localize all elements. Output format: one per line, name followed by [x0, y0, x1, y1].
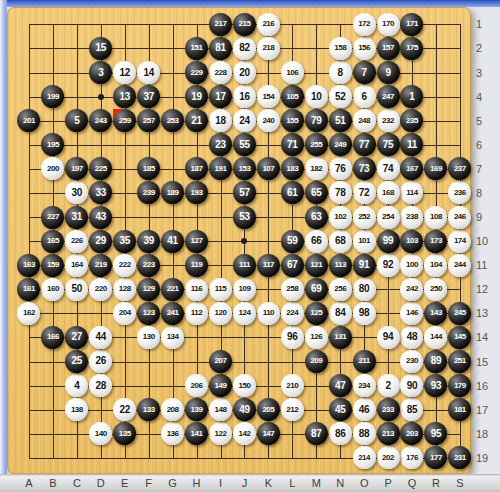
move-number: 16 — [239, 92, 250, 102]
stone-black-251-S15: 251 — [448, 350, 471, 373]
stone-white-228-I3: 228 — [209, 61, 232, 84]
move-number: 214 — [358, 454, 370, 462]
stone-white-16-J4: 16 — [233, 85, 256, 108]
stone-black-55-J6: 55 — [233, 133, 256, 156]
stone-white-84-N13: 84 — [329, 302, 352, 325]
move-number: 164 — [71, 261, 83, 269]
move-number: 242 — [406, 285, 418, 293]
stone-black-21-H5: 21 — [185, 109, 208, 132]
move-number: 166 — [47, 333, 59, 341]
move-number: 9 — [385, 68, 390, 78]
move-number: 241 — [167, 309, 179, 317]
move-number: 209 — [310, 357, 322, 365]
stone-white-214-O19: 214 — [353, 446, 376, 469]
stone-white-6-O4: 6 — [353, 85, 376, 108]
stone-black-15-D2: 15 — [89, 37, 112, 60]
move-number: 107 — [262, 165, 274, 173]
stone-black-39-F10: 39 — [137, 230, 160, 253]
move-number: 185 — [143, 165, 155, 173]
move-number: 111 — [239, 261, 250, 269]
move-number: 151 — [191, 44, 203, 52]
stone-white-66-M10: 66 — [305, 230, 328, 253]
move-number: 26 — [96, 356, 107, 366]
move-number: 86 — [335, 429, 346, 439]
move-number: 191 — [215, 165, 227, 173]
stone-black-75-P6: 75 — [377, 133, 400, 156]
move-number: 50 — [72, 284, 83, 294]
move-number: 3 — [98, 68, 103, 78]
move-number: 175 — [406, 44, 418, 52]
move-number: 226 — [71, 237, 83, 245]
stone-black-7-O3: 7 — [353, 61, 376, 84]
stone-white-222-E11: 222 — [113, 254, 136, 277]
move-number: 131 — [334, 333, 346, 341]
stone-white-30-C8: 30 — [65, 181, 88, 204]
move-number: 139 — [191, 406, 203, 414]
stone-black-145-S14: 145 — [448, 326, 471, 349]
move-number: 94 — [383, 332, 394, 342]
move-number: 33 — [96, 188, 107, 198]
move-number: 250 — [430, 285, 442, 293]
stone-black-91-O11: 91 — [353, 254, 376, 277]
move-number: 100 — [406, 261, 418, 269]
move-number: 181 — [454, 406, 466, 414]
stone-black-111-J11: 111 — [233, 254, 256, 277]
move-number: 41 — [167, 236, 178, 246]
move-number: 228 — [215, 69, 227, 77]
move-number: 145 — [454, 333, 466, 341]
move-number: 23 — [215, 140, 226, 150]
stone-white-96-L14: 96 — [281, 326, 304, 349]
stone-black-43-D9: 43 — [89, 206, 112, 229]
stone-black-79-M5: 79 — [305, 109, 328, 132]
move-number: 203 — [406, 430, 418, 438]
stone-white-212-L17: 212 — [281, 398, 304, 421]
move-number: 84 — [335, 308, 346, 318]
stone-black-217-I1: 217 — [209, 13, 232, 36]
move-number: 112 — [191, 309, 202, 317]
stone-black-231-S19: 231 — [448, 446, 471, 469]
stone-black-177-R19: 177 — [424, 446, 447, 469]
move-number: 81 — [215, 43, 226, 53]
stone-black-179-S16: 179 — [448, 374, 471, 397]
move-number: 37 — [143, 92, 154, 102]
move-number: 88 — [359, 429, 370, 439]
window-title-bar — [0, 0, 500, 7]
move-number: 99 — [383, 236, 394, 246]
move-number: 136 — [167, 430, 179, 438]
stone-black-61-L8: 61 — [281, 181, 304, 204]
stone-black-87-M18: 87 — [305, 422, 328, 445]
move-number: 65 — [311, 188, 322, 198]
move-number: 246 — [454, 213, 466, 221]
move-number: 4 — [74, 381, 79, 391]
move-number: 45 — [335, 405, 346, 415]
stone-white-80-O12: 80 — [353, 278, 376, 301]
stone-white-136-G18: 136 — [161, 422, 184, 445]
stone-black-29-D10: 29 — [89, 230, 112, 253]
stone-black-123-F13: 123 — [137, 302, 160, 325]
stone-white-46-O17: 46 — [353, 398, 376, 421]
move-number: 177 — [430, 454, 442, 462]
move-number: 197 — [71, 165, 83, 173]
stone-black-257-F5: 257 — [137, 109, 160, 132]
move-number: 46 — [359, 405, 370, 415]
stone-white-24-J5: 24 — [233, 109, 256, 132]
row-label-12: 12 — [476, 283, 488, 295]
stone-white-120-I13: 120 — [209, 302, 232, 325]
move-number: 142 — [238, 430, 250, 438]
move-number: 67 — [287, 260, 298, 270]
move-number: 237 — [454, 165, 466, 173]
stone-white-250-R12: 250 — [424, 278, 447, 301]
move-number: 245 — [454, 309, 466, 317]
move-number: 163 — [23, 261, 35, 269]
stone-white-102-N9: 102 — [329, 206, 352, 229]
stone-black-163-A11: 163 — [17, 254, 40, 277]
stone-white-174-S10: 174 — [448, 230, 471, 253]
row-label-7: 7 — [476, 163, 482, 175]
stone-white-202-P19: 202 — [377, 446, 400, 469]
stone-white-172-O1: 172 — [353, 13, 376, 36]
stone-white-160-B12: 160 — [41, 278, 64, 301]
stone-white-236-S8: 236 — [448, 181, 471, 204]
stone-black-213-P18: 213 — [377, 422, 400, 445]
move-number: 199 — [47, 93, 59, 101]
stone-black-165-B10: 165 — [41, 230, 64, 253]
stone-black-167-Q7: 167 — [400, 157, 423, 180]
move-number: 162 — [23, 309, 35, 317]
move-number: 1 — [409, 92, 414, 102]
row-label-1: 1 — [476, 18, 482, 30]
stone-white-90-Q16: 90 — [400, 374, 423, 397]
stone-black-31-C9: 31 — [65, 206, 88, 229]
move-number: 13 — [119, 92, 130, 102]
move-number: 244 — [454, 261, 466, 269]
stone-black-139-H17: 139 — [185, 398, 208, 421]
stone-black-185-F7: 185 — [137, 157, 160, 180]
stone-white-246-S9: 246 — [448, 206, 471, 229]
stone-black-89-R15: 89 — [424, 350, 447, 373]
move-number: 215 — [238, 20, 250, 28]
stone-black-155-L5: 155 — [281, 109, 304, 132]
move-number: 117 — [263, 261, 274, 269]
stone-white-154-K4: 154 — [257, 85, 280, 108]
stone-white-26-D15: 26 — [89, 350, 112, 373]
stone-black-215-J1: 215 — [233, 13, 256, 36]
stone-black-227-B9: 227 — [41, 206, 64, 229]
row-label-15: 15 — [476, 356, 488, 368]
stone-black-99-P10: 99 — [377, 230, 400, 253]
stone-black-103-Q10: 103 — [400, 230, 423, 253]
row-label-2: 2 — [476, 42, 482, 54]
stone-black-189-G8: 189 — [161, 181, 184, 204]
move-number: 93 — [431, 381, 442, 391]
move-number: 156 — [358, 44, 370, 52]
stone-white-234-O16: 234 — [353, 374, 376, 397]
stone-black-151-H2: 151 — [185, 37, 208, 60]
stone-black-229-H3: 229 — [185, 61, 208, 84]
move-number: 74 — [383, 164, 394, 174]
move-number: 75 — [383, 140, 394, 150]
stone-black-199-B4: 199 — [41, 85, 64, 108]
move-number: 183 — [286, 165, 298, 173]
move-number: 105 — [286, 93, 298, 101]
move-number: 157 — [382, 44, 394, 52]
move-number: 68 — [335, 236, 346, 246]
stone-white-244-S11: 244 — [448, 254, 471, 277]
stone-white-156-O2: 156 — [353, 37, 376, 60]
board-intersections-grid[interactable]: 1234567891011121314151617181920212223242… — [17, 12, 472, 469]
move-number: 47 — [335, 381, 346, 391]
stone-black-235-Q5: 235 — [400, 109, 423, 132]
stone-black-113-N11: 113 — [329, 254, 352, 277]
stone-black-241-G13: 241 — [161, 302, 184, 325]
stone-white-220-D12: 220 — [89, 278, 112, 301]
move-number: 48 — [407, 332, 418, 342]
stone-white-200-B7: 200 — [41, 157, 64, 180]
stone-white-78-N8: 78 — [329, 181, 352, 204]
move-number: 123 — [143, 309, 155, 317]
move-number: 235 — [406, 117, 418, 125]
move-number: 125 — [310, 309, 322, 317]
move-number: 213 — [382, 430, 394, 438]
stone-black-181-S17: 181 — [448, 398, 471, 421]
move-number: 11 — [407, 140, 417, 150]
move-number: 52 — [335, 92, 346, 102]
stone-white-85-Q17: 85 — [400, 398, 423, 421]
stone-black-51-N5: 51 — [329, 109, 352, 132]
stone-black-207-I15: 207 — [209, 350, 232, 373]
move-number: 240 — [262, 117, 274, 125]
move-number: 206 — [191, 382, 203, 390]
move-number: 174 — [454, 237, 466, 245]
move-number: 102 — [334, 213, 346, 221]
move-number: 108 — [430, 213, 442, 221]
stone-black-93-R16: 93 — [424, 374, 447, 397]
stone-black-211-O15: 211 — [353, 350, 376, 373]
stone-white-68-N10: 68 — [329, 230, 352, 253]
stone-white-224-L13: 224 — [281, 302, 304, 325]
move-number: 218 — [262, 44, 274, 52]
move-number: 35 — [119, 236, 130, 246]
stone-white-14-F3: 14 — [137, 61, 160, 84]
move-number: 216 — [262, 20, 274, 28]
move-number: 252 — [358, 213, 370, 221]
move-number: 109 — [238, 285, 250, 293]
move-number: 176 — [406, 454, 418, 462]
stone-white-176-Q19: 176 — [400, 446, 423, 469]
move-number: 236 — [454, 189, 466, 197]
stone-white-104-R11: 104 — [424, 254, 447, 277]
stone-black-105-L4: 105 — [281, 85, 304, 108]
move-number: 257 — [143, 117, 155, 125]
move-number: 20 — [239, 68, 250, 78]
move-number: 168 — [382, 189, 394, 197]
column-label-Q: Q — [408, 477, 417, 489]
stone-white-204-E13: 204 — [113, 302, 136, 325]
column-label-I: I — [219, 477, 222, 489]
move-number: 85 — [407, 405, 418, 415]
stone-black-219-D11: 219 — [89, 254, 112, 277]
stone-white-22-E17: 22 — [113, 398, 136, 421]
stone-black-1-Q4: 1 — [400, 85, 423, 108]
stone-white-142-J18: 142 — [233, 422, 256, 445]
move-number: 110 — [263, 309, 274, 317]
stone-white-238-Q9: 238 — [400, 206, 423, 229]
stone-white-110-K13: 110 — [257, 302, 280, 325]
stone-white-208-G17: 208 — [161, 398, 184, 421]
move-number: 155 — [286, 117, 298, 125]
stone-white-74-P7: 74 — [377, 157, 400, 180]
move-number: 57 — [239, 188, 250, 198]
stone-black-23-I6: 23 — [209, 133, 232, 156]
move-number: 202 — [382, 454, 394, 462]
row-label-6: 6 — [476, 139, 482, 151]
stone-white-252-O9: 252 — [353, 206, 376, 229]
column-label-C: C — [73, 477, 81, 489]
stone-black-173-R10: 173 — [424, 230, 447, 253]
stone-white-108-R9: 108 — [424, 206, 447, 229]
stone-white-128-E12: 128 — [113, 278, 136, 301]
stone-white-126-M14: 126 — [305, 326, 328, 349]
stone-black-249-N6: 249 — [329, 133, 352, 156]
move-number: 141 — [191, 430, 203, 438]
move-number: 230 — [406, 357, 418, 365]
row-label-3: 3 — [476, 67, 482, 79]
stone-black-135-E18: 135 — [113, 422, 136, 445]
stone-black-161-A12: 161 — [17, 278, 40, 301]
stone-black-19-H4: 19 — [185, 85, 208, 108]
move-number: 207 — [215, 357, 227, 365]
move-number: 204 — [119, 309, 131, 317]
move-number: 92 — [383, 260, 394, 270]
move-number: 126 — [310, 333, 322, 341]
stone-black-201-A5: 201 — [17, 109, 40, 132]
stone-white-216-K1: 216 — [257, 13, 280, 36]
move-number: 220 — [95, 285, 107, 293]
stone-black-33-D8: 33 — [89, 181, 112, 204]
column-label-O: O — [360, 477, 369, 489]
move-number: 219 — [95, 261, 107, 269]
move-number: 134 — [167, 333, 179, 341]
stone-white-170-P1: 170 — [377, 13, 400, 36]
move-number: 61 — [287, 188, 298, 198]
stone-black-157-P2: 157 — [377, 37, 400, 60]
move-number: 19 — [191, 92, 202, 102]
stone-black-141-H18: 141 — [185, 422, 208, 445]
stone-black-95-R18: 95 — [424, 422, 447, 445]
stone-black-81-I2: 81 — [209, 37, 232, 60]
move-number: 224 — [286, 309, 298, 317]
stone-black-9-P3: 9 — [377, 61, 400, 84]
stone-white-12-E3: 12 — [113, 61, 136, 84]
column-label-G: G — [168, 477, 177, 489]
stone-white-50-C12: 50 — [65, 278, 88, 301]
move-number: 10 — [311, 92, 322, 102]
move-number: 223 — [143, 261, 155, 269]
row-label-8: 8 — [476, 187, 482, 199]
stone-white-218-K2: 218 — [257, 37, 280, 60]
stone-white-248-O5: 248 — [353, 109, 376, 132]
move-number: 143 — [430, 309, 442, 317]
stone-white-150-J16: 150 — [233, 374, 256, 397]
row-label-13: 13 — [476, 307, 488, 319]
move-number: 129 — [143, 285, 155, 293]
stone-black-45-N17: 45 — [329, 398, 352, 421]
move-number: 227 — [47, 213, 59, 221]
stone-black-35-E10: 35 — [113, 230, 136, 253]
move-number: 128 — [119, 285, 131, 293]
stone-black-65-M8: 65 — [305, 181, 328, 204]
stone-black-25-C15: 25 — [65, 350, 88, 373]
stone-black-131-N14: 131 — [329, 326, 352, 349]
stone-black-147-K18: 147 — [257, 422, 280, 445]
move-number: 44 — [96, 332, 107, 342]
stone-black-205-K17: 205 — [257, 398, 280, 421]
move-number: 28 — [96, 381, 107, 391]
stone-black-71-L6: 71 — [281, 133, 304, 156]
stone-black-169-R7: 169 — [424, 157, 447, 180]
move-number: 89 — [431, 356, 442, 366]
stone-white-146-Q13: 146 — [400, 302, 423, 325]
move-number: 119 — [191, 261, 202, 269]
stone-black-49-J17: 49 — [233, 398, 256, 421]
move-number: 222 — [119, 261, 131, 269]
stone-white-106-L3: 106 — [281, 61, 304, 84]
move-number: 29 — [96, 236, 107, 246]
stone-white-232-P5: 232 — [377, 109, 400, 132]
move-number: 76 — [335, 164, 346, 174]
stone-white-10-M4: 10 — [305, 85, 328, 108]
stone-black-159-B11: 159 — [41, 254, 64, 277]
move-number: 212 — [286, 406, 298, 414]
move-number: 24 — [239, 116, 250, 126]
stone-white-112-H13: 112 — [185, 302, 208, 325]
stone-black-63-M9: 63 — [305, 206, 328, 229]
move-number: 96 — [287, 332, 298, 342]
stone-white-226-C10: 226 — [65, 230, 88, 253]
move-number: 161 — [23, 285, 35, 293]
stone-black-247-P4: 247 — [377, 85, 400, 108]
move-number: 256 — [334, 285, 346, 293]
move-number: 78 — [335, 188, 346, 198]
stone-black-239-F8: 239 — [137, 181, 160, 204]
stone-black-69-M12: 69 — [305, 278, 328, 301]
stone-black-17-I4: 17 — [209, 85, 232, 108]
stone-black-129-F12: 129 — [137, 278, 160, 301]
stone-black-149-I16: 149 — [209, 374, 232, 397]
move-number: 200 — [47, 165, 59, 173]
move-number: 208 — [167, 406, 179, 414]
stone-white-109-J12: 109 — [233, 278, 256, 301]
stone-white-240-K5: 240 — [257, 109, 280, 132]
stone-black-143-R13: 143 — [424, 302, 447, 325]
column-label-E: E — [121, 477, 128, 489]
move-number: 158 — [334, 44, 346, 52]
stone-white-158-N2: 158 — [329, 37, 352, 60]
stone-white-138-C17: 138 — [65, 398, 88, 421]
stone-white-8-N3: 8 — [329, 61, 352, 84]
move-number: 106 — [286, 69, 298, 77]
row-label-4: 4 — [476, 91, 482, 103]
move-number: 258 — [286, 285, 298, 293]
move-number: 146 — [406, 309, 418, 317]
stone-black-187-H7: 187 — [185, 157, 208, 180]
stone-black-57-J8: 57 — [233, 181, 256, 204]
move-number: 173 — [430, 237, 442, 245]
stone-black-13-E4: 13 — [113, 85, 136, 108]
